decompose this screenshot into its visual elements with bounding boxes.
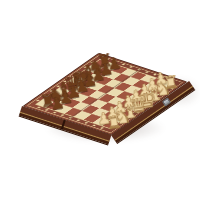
piece-dark-pawn: ♟ (66, 85, 80, 99)
piece-light-pawn: ♟ (137, 83, 151, 97)
piece-light-pawn: ♟ (145, 77, 159, 91)
piece-dark-pawn: ♟ (50, 96, 64, 110)
piece-light-pawn: ♟ (105, 106, 119, 120)
piece-dark-pawn: ♟ (82, 73, 96, 87)
piece-light-pawn: ♟ (121, 94, 135, 108)
product-photo: ♜♞♝♛♚♝♞♜♟♟♟♟♟♟♟♟♟♟♟♟♟♟♟♟♜♞♝♛♚♝♞♜ (0, 0, 200, 200)
piece-dark-pawn: ♟ (74, 79, 88, 93)
piece-light-pawn: ♟ (113, 100, 127, 114)
piece-dark-pawn: ♟ (90, 68, 104, 82)
piece-dark-pawn: ♟ (98, 62, 112, 76)
